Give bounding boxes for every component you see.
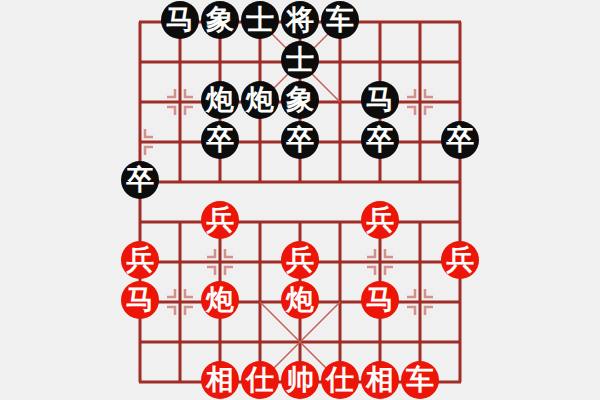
black-cannon[interactable]: 炮 (201, 81, 239, 119)
black-advisor[interactable]: 士 (241, 1, 279, 39)
red-chariot[interactable]: 车 (401, 361, 439, 399)
red-horse[interactable]: 马 (361, 281, 399, 319)
black-soldier[interactable]: 卒 (281, 121, 319, 159)
red-soldier[interactable]: 兵 (281, 241, 319, 279)
black-soldier[interactable]: 卒 (201, 121, 239, 159)
red-soldier[interactable]: 兵 (201, 201, 239, 239)
red-advisor[interactable]: 仕 (241, 361, 279, 399)
black-soldier[interactable]: 卒 (441, 121, 479, 159)
red-elephant[interactable]: 相 (361, 361, 399, 399)
black-soldier[interactable]: 卒 (361, 121, 399, 159)
red-cannon[interactable]: 炮 (281, 281, 319, 319)
red-soldier[interactable]: 兵 (121, 241, 159, 279)
xiangqi-board: 马象士将车士炮炮象马卒卒卒卒卒兵兵兵兵兵马炮炮马相仕帅仕相车 (0, 0, 600, 400)
red-horse[interactable]: 马 (121, 281, 159, 319)
red-general[interactable]: 帅 (281, 361, 319, 399)
black-cannon[interactable]: 炮 (241, 81, 279, 119)
black-soldier[interactable]: 卒 (121, 161, 159, 199)
black-chariot[interactable]: 车 (321, 1, 359, 39)
red-soldier[interactable]: 兵 (441, 241, 479, 279)
black-advisor[interactable]: 士 (281, 41, 319, 79)
red-elephant[interactable]: 相 (201, 361, 239, 399)
black-elephant[interactable]: 象 (281, 81, 319, 119)
red-cannon[interactable]: 炮 (201, 281, 239, 319)
black-horse[interactable]: 马 (161, 1, 199, 39)
black-general[interactable]: 将 (281, 1, 319, 39)
red-soldier[interactable]: 兵 (361, 201, 399, 239)
black-elephant[interactable]: 象 (201, 1, 239, 39)
black-horse[interactable]: 马 (361, 81, 399, 119)
red-advisor[interactable]: 仕 (321, 361, 359, 399)
